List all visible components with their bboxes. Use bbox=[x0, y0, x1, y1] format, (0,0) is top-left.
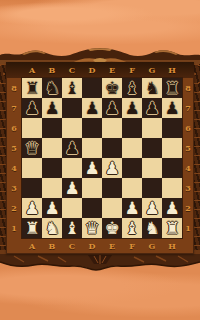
white-pawn[interactable]: ♟ bbox=[42, 198, 62, 218]
black-pawn[interactable]: ♟ bbox=[122, 98, 142, 118]
black-pawn[interactable]: ♟ bbox=[62, 138, 82, 158]
file-label: D bbox=[89, 65, 96, 75]
square-a3[interactable] bbox=[22, 178, 42, 198]
white-rook[interactable]: ♜ bbox=[162, 218, 182, 238]
chess-board: ♜♞♝♚♝♞♜♟♟♟♟♟♟♟♛♟♟♟♟♟♟♟♟♟♜♞♝♛♚♝♞♜ bbox=[22, 78, 182, 238]
square-e4[interactable]: ♟ bbox=[102, 158, 122, 178]
rank-label: 2 bbox=[11, 203, 17, 213]
rank-label: 6 bbox=[11, 123, 17, 133]
file-label: E bbox=[109, 241, 115, 251]
square-c5[interactable]: ♟ bbox=[62, 138, 82, 158]
black-pawn[interactable]: ♟ bbox=[162, 98, 182, 118]
file-label: A bbox=[29, 241, 35, 251]
black-bishop[interactable]: ♝ bbox=[122, 78, 142, 98]
square-c8[interactable]: ♝ bbox=[62, 78, 82, 98]
square-d8[interactable] bbox=[82, 78, 102, 98]
square-f1[interactable]: ♝ bbox=[122, 218, 142, 238]
square-d3[interactable] bbox=[82, 178, 102, 198]
square-d5[interactable] bbox=[82, 138, 102, 158]
white-queen[interactable]: ♛ bbox=[82, 218, 102, 238]
file-label: A bbox=[29, 65, 35, 75]
square-f2[interactable]: ♟ bbox=[122, 198, 142, 218]
square-d4[interactable]: ♟ bbox=[82, 158, 102, 178]
square-d1[interactable]: ♛ bbox=[82, 218, 102, 238]
white-king[interactable]: ♚ bbox=[102, 218, 122, 238]
file-label: B bbox=[49, 241, 56, 251]
file-label: E bbox=[109, 65, 115, 75]
square-f6[interactable] bbox=[122, 118, 142, 138]
square-a2[interactable]: ♟ bbox=[22, 198, 42, 218]
square-e7[interactable]: ♟ bbox=[102, 98, 122, 118]
square-h7[interactable]: ♟ bbox=[162, 98, 182, 118]
rank-label: 5 bbox=[11, 143, 17, 153]
square-a5[interactable]: ♛ bbox=[22, 138, 42, 158]
file-labels-top: ABCDEFGH bbox=[6, 62, 194, 78]
square-a1[interactable]: ♜ bbox=[22, 218, 42, 238]
square-c7[interactable] bbox=[62, 98, 82, 118]
square-d2[interactable] bbox=[82, 198, 102, 218]
square-a6[interactable] bbox=[22, 118, 42, 138]
rank-label: 7 bbox=[11, 103, 17, 113]
white-bishop[interactable]: ♝ bbox=[62, 218, 82, 238]
black-king[interactable]: ♚ bbox=[102, 78, 122, 98]
board-border: ABCDEFGH ABCDEFGH 87654321 87654321 ♜♞♝♚… bbox=[6, 62, 194, 254]
square-g6[interactable] bbox=[142, 118, 162, 138]
square-a4[interactable] bbox=[22, 158, 42, 178]
black-knight[interactable]: ♞ bbox=[42, 78, 62, 98]
square-c2[interactable] bbox=[62, 198, 82, 218]
file-label: G bbox=[149, 241, 156, 251]
square-g7[interactable]: ♟ bbox=[142, 98, 162, 118]
rank-label: 6 bbox=[185, 123, 191, 133]
black-queen[interactable]: ♛ bbox=[22, 138, 42, 158]
square-g1[interactable]: ♞ bbox=[142, 218, 162, 238]
black-pawn[interactable]: ♟ bbox=[102, 98, 122, 118]
square-f5[interactable] bbox=[122, 138, 142, 158]
square-h8[interactable]: ♜ bbox=[162, 78, 182, 98]
square-h3[interactable] bbox=[162, 178, 182, 198]
square-e3[interactable] bbox=[102, 178, 122, 198]
square-e2[interactable] bbox=[102, 198, 122, 218]
white-pawn[interactable]: ♟ bbox=[62, 178, 82, 198]
file-label: F bbox=[129, 65, 135, 75]
square-d6[interactable] bbox=[82, 118, 102, 138]
square-b3[interactable] bbox=[42, 178, 62, 198]
square-e8[interactable]: ♚ bbox=[102, 78, 122, 98]
square-b5[interactable] bbox=[42, 138, 62, 158]
square-b7[interactable]: ♟ bbox=[42, 98, 62, 118]
white-pawn[interactable]: ♟ bbox=[162, 198, 182, 218]
square-a7[interactable]: ♟ bbox=[22, 98, 42, 118]
file-label: F bbox=[129, 241, 135, 251]
square-g5[interactable] bbox=[142, 138, 162, 158]
square-e5[interactable] bbox=[102, 138, 122, 158]
rank-labels-left: 87654321 bbox=[6, 78, 22, 238]
white-pawn[interactable]: ♟ bbox=[82, 158, 102, 178]
file-label: H bbox=[168, 241, 176, 251]
rank-label: 7 bbox=[185, 103, 191, 113]
square-f3[interactable] bbox=[122, 178, 142, 198]
square-g8[interactable]: ♞ bbox=[142, 78, 162, 98]
square-c1[interactable]: ♝ bbox=[62, 218, 82, 238]
square-e6[interactable] bbox=[102, 118, 122, 138]
square-c4[interactable] bbox=[62, 158, 82, 178]
white-rook[interactable]: ♜ bbox=[22, 218, 42, 238]
square-b4[interactable] bbox=[42, 158, 62, 178]
black-pawn[interactable]: ♟ bbox=[42, 98, 62, 118]
rank-label: 8 bbox=[185, 83, 191, 93]
square-e1[interactable]: ♚ bbox=[102, 218, 122, 238]
rank-label: 4 bbox=[11, 163, 17, 173]
file-label: H bbox=[168, 65, 176, 75]
rank-label: 3 bbox=[185, 183, 191, 193]
square-b1[interactable]: ♞ bbox=[42, 218, 62, 238]
square-b8[interactable]: ♞ bbox=[42, 78, 62, 98]
rank-label: 3 bbox=[11, 183, 17, 193]
file-label: D bbox=[89, 241, 96, 251]
square-h2[interactable]: ♟ bbox=[162, 198, 182, 218]
white-bishop[interactable]: ♝ bbox=[122, 218, 142, 238]
black-pawn[interactable]: ♟ bbox=[142, 98, 162, 118]
rank-label: 8 bbox=[11, 83, 17, 93]
square-c3[interactable]: ♟ bbox=[62, 178, 82, 198]
rank-label: 1 bbox=[185, 223, 191, 233]
black-knight[interactable]: ♞ bbox=[142, 78, 162, 98]
file-labels-bottom: ABCDEFGH bbox=[22, 238, 182, 254]
file-label: C bbox=[69, 65, 75, 75]
square-g3[interactable] bbox=[142, 178, 162, 198]
white-pawn[interactable]: ♟ bbox=[102, 158, 122, 178]
white-knight[interactable]: ♞ bbox=[142, 218, 162, 238]
black-bishop[interactable]: ♝ bbox=[62, 78, 82, 98]
square-b6[interactable] bbox=[42, 118, 62, 138]
rank-label: 2 bbox=[185, 203, 191, 213]
square-b2[interactable]: ♟ bbox=[42, 198, 62, 218]
square-d7[interactable]: ♟ bbox=[82, 98, 102, 118]
black-pawn[interactable]: ♟ bbox=[82, 98, 102, 118]
white-pawn[interactable]: ♟ bbox=[122, 198, 142, 218]
black-pawn[interactable]: ♟ bbox=[22, 98, 42, 118]
black-rook[interactable]: ♜ bbox=[22, 78, 42, 98]
file-label: B bbox=[49, 65, 56, 75]
square-c6[interactable] bbox=[62, 118, 82, 138]
white-pawn[interactable]: ♟ bbox=[22, 198, 42, 218]
square-h5[interactable] bbox=[162, 138, 182, 158]
rank-labels-right: 87654321 bbox=[182, 78, 194, 238]
file-label: C bbox=[69, 241, 75, 251]
square-h4[interactable] bbox=[162, 158, 182, 178]
rank-label: 1 bbox=[11, 223, 17, 233]
rank-label: 4 bbox=[185, 163, 191, 173]
chess-game-screen: ABCDEFGH ABCDEFGH 87654321 87654321 ♜♞♝♚… bbox=[0, 0, 200, 320]
square-a8[interactable]: ♜ bbox=[22, 78, 42, 98]
square-g4[interactable] bbox=[142, 158, 162, 178]
rank-label: 5 bbox=[185, 143, 191, 153]
square-f8[interactable]: ♝ bbox=[122, 78, 142, 98]
white-pawn[interactable]: ♟ bbox=[142, 198, 162, 218]
file-label: G bbox=[149, 65, 156, 75]
square-f4[interactable] bbox=[122, 158, 142, 178]
square-h6[interactable] bbox=[162, 118, 182, 138]
black-rook[interactable]: ♜ bbox=[162, 78, 182, 98]
square-g2[interactable]: ♟ bbox=[142, 198, 162, 218]
square-h1[interactable]: ♜ bbox=[162, 218, 182, 238]
white-knight[interactable]: ♞ bbox=[42, 218, 62, 238]
square-f7[interactable]: ♟ bbox=[122, 98, 142, 118]
